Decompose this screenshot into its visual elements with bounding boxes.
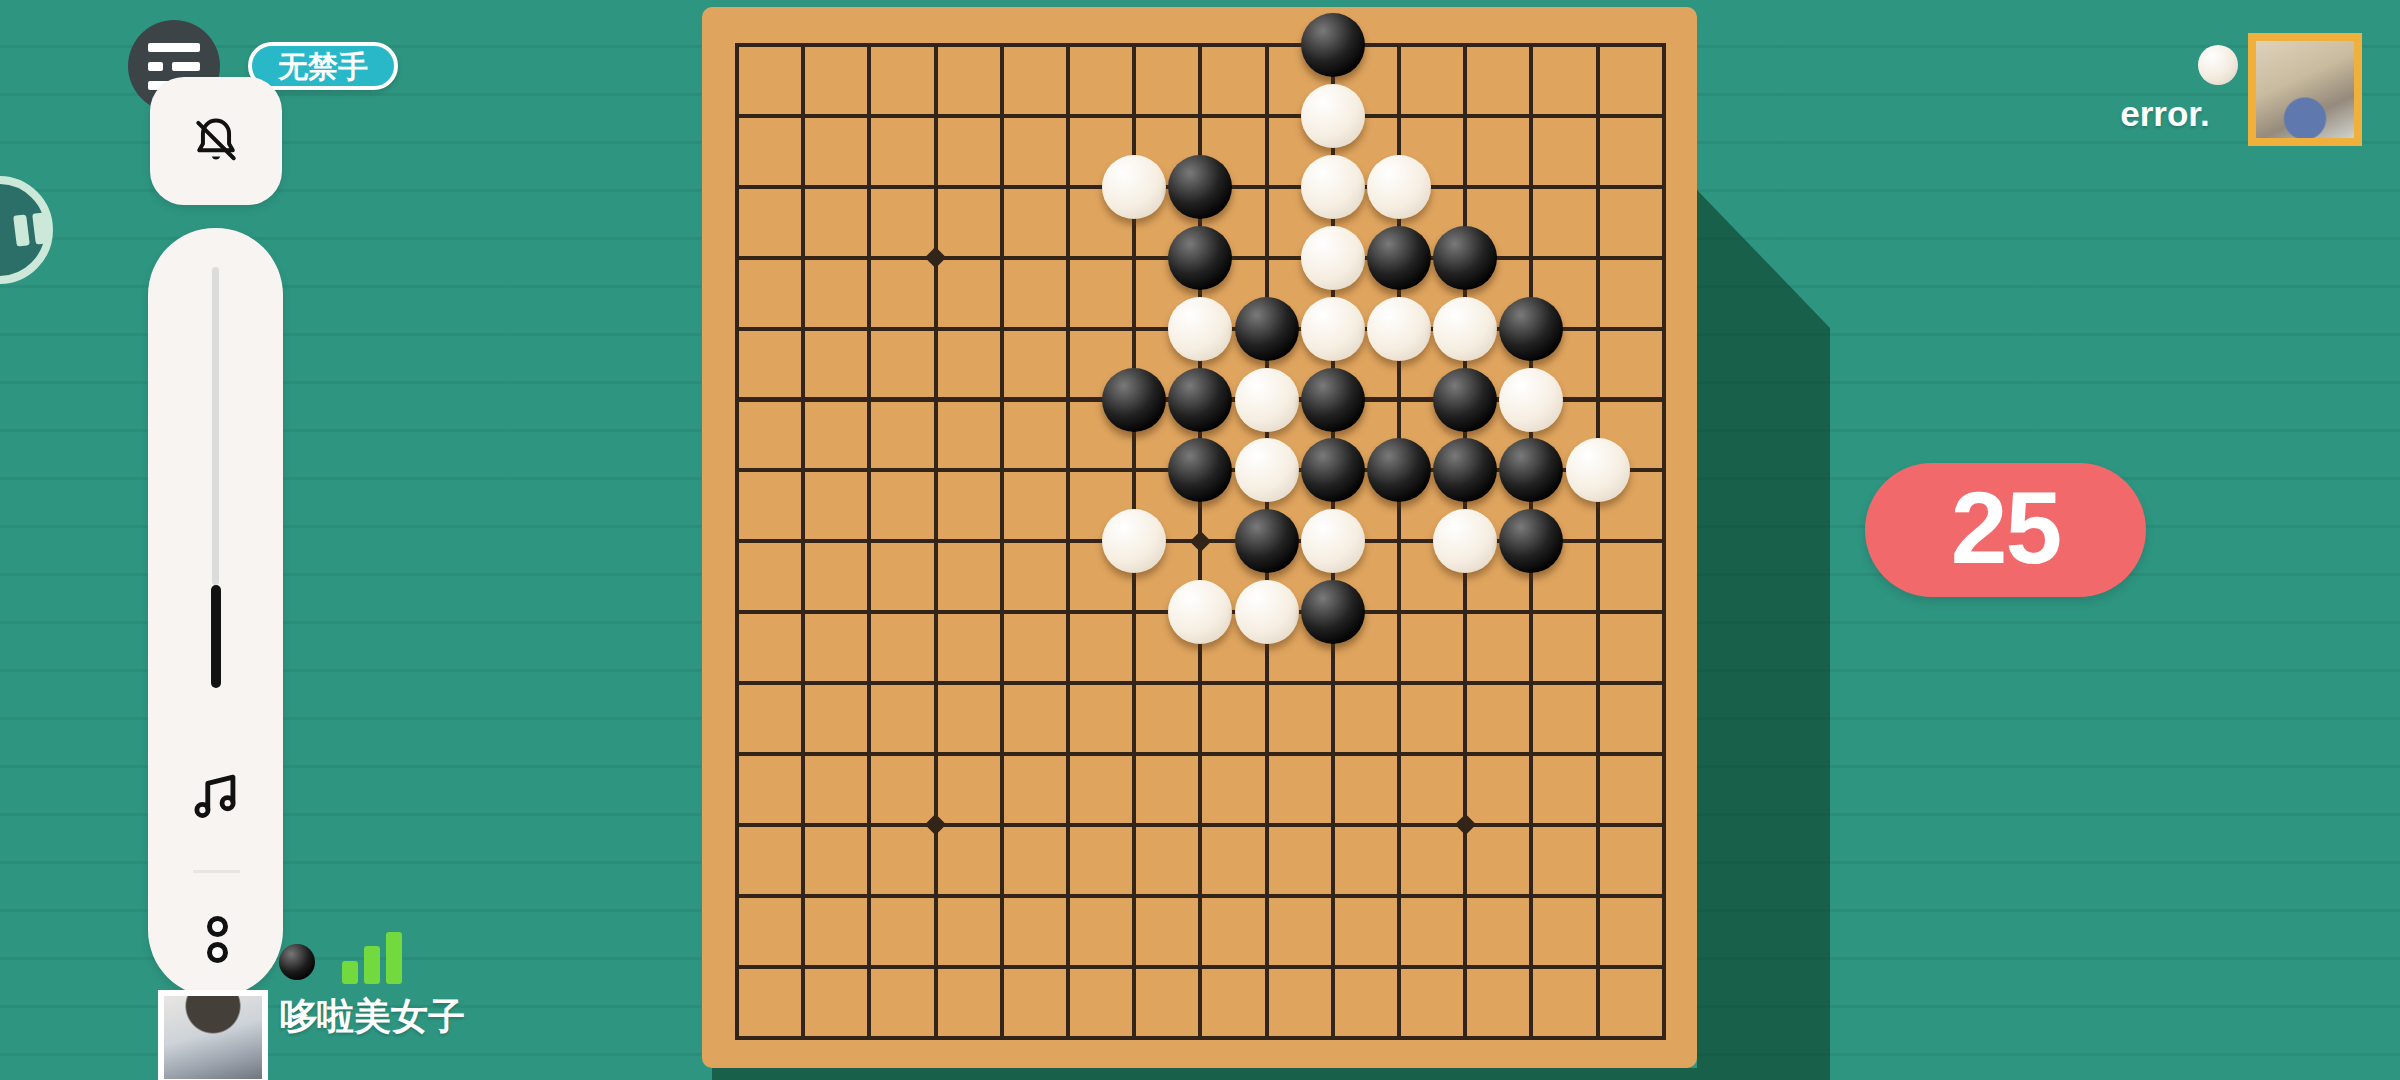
- mute-button[interactable]: [150, 77, 282, 205]
- black-stone: [1301, 438, 1365, 502]
- black-stone: [1168, 368, 1232, 432]
- white-stone: [1566, 438, 1630, 502]
- black-stone-indicator: [279, 944, 315, 980]
- black-stone: [1433, 368, 1497, 432]
- game-screen: 无禁手 哆啦美女子 error. 25: [0, 0, 2400, 1080]
- white-stone-indicator: [2198, 45, 2238, 85]
- white-stone: [1235, 368, 1299, 432]
- black-stone: [1102, 368, 1166, 432]
- black-stone: [1301, 13, 1365, 77]
- black-stone: [1301, 580, 1365, 644]
- rule-badge: 无禁手: [248, 42, 398, 90]
- white-stone: [1301, 226, 1365, 290]
- move-timer: 25: [1865, 463, 2146, 597]
- white-stone: [1301, 297, 1365, 361]
- white-player-avatar: [2248, 33, 2362, 146]
- black-stone: [1168, 226, 1232, 290]
- black-player-name: 哆啦美女子: [280, 992, 465, 1042]
- white-stone: [1235, 438, 1299, 502]
- black-stone: [1499, 297, 1563, 361]
- more-handle[interactable]: [207, 916, 228, 968]
- black-stone: [1235, 509, 1299, 573]
- white-stone: [1235, 580, 1299, 644]
- panel-divider: [193, 870, 240, 873]
- signal-bars-icon: [342, 928, 404, 984]
- black-stone: [1433, 226, 1497, 290]
- collapsed-bubble-widget[interactable]: [0, 176, 53, 284]
- sound-panel: [148, 228, 283, 997]
- black-stone: [1367, 438, 1431, 502]
- white-stone: [1102, 155, 1166, 219]
- black-stone: [1301, 368, 1365, 432]
- white-stone: [1367, 297, 1431, 361]
- black-stone: [1168, 155, 1232, 219]
- black-player-avatar: [158, 990, 268, 1080]
- bell-off-icon: [188, 113, 244, 169]
- volume-slider-handle[interactable]: [211, 585, 221, 688]
- white-stone: [1301, 155, 1365, 219]
- white-stone: [1301, 509, 1365, 573]
- black-stone: [1367, 226, 1431, 290]
- white-stone: [1367, 155, 1431, 219]
- white-stone: [1499, 368, 1563, 432]
- music-note-icon[interactable]: [187, 766, 245, 824]
- gomoku-board[interactable]: [702, 7, 1697, 1068]
- white-stone: [1168, 297, 1232, 361]
- white-stone: [1433, 297, 1497, 361]
- volume-slider-track[interactable]: [212, 267, 219, 585]
- white-player-name: error.: [2090, 94, 2240, 134]
- black-stone: [1235, 297, 1299, 361]
- white-stone: [1301, 84, 1365, 148]
